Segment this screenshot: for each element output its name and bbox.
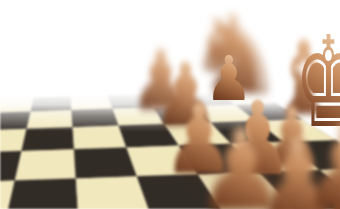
- pieces-layer: ♟♟♞♝♚♟♟♟♟♟♟♟♟: [0, 0, 340, 209]
- pawn-front-far-right-blurred: ♟: [299, 108, 340, 209]
- photo-chess-scene: ♟♟♞♝♚♟♟♟♟♟♟♟♟: [0, 0, 340, 209]
